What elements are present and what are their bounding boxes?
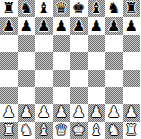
square-h7[interactable]: ♟ [123,17,141,34]
square-a3[interactable] [0,87,18,104]
square-b8[interactable]: ♞ [18,0,36,17]
black-pawn[interactable]: ♟ [107,19,120,34]
square-h1[interactable]: ♜ [123,122,141,139]
square-b3[interactable] [18,87,36,104]
white-pawn[interactable]: ♟ [107,105,120,120]
white-king[interactable]: ♚ [72,123,85,138]
white-pawn[interactable]: ♟ [55,105,68,120]
white-pawn[interactable]: ♟ [2,105,15,120]
square-a4[interactable] [0,70,18,87]
square-e6[interactable] [70,35,88,52]
black-pawn[interactable]: ♟ [125,19,138,34]
black-knight[interactable]: ♞ [20,1,33,16]
square-b5[interactable] [18,52,36,69]
square-e7[interactable]: ♟ [70,17,88,34]
black-pawn[interactable]: ♟ [20,19,33,34]
black-knight[interactable]: ♞ [107,1,120,16]
square-f8[interactable]: ♝ [88,0,106,17]
square-g8[interactable]: ♞ [105,0,123,17]
white-rook[interactable]: ♜ [2,123,15,138]
square-e5[interactable] [70,52,88,69]
square-e1[interactable]: ♚ [70,122,88,139]
square-f1[interactable]: ♝ [88,122,106,139]
square-g1[interactable]: ♞ [105,122,123,139]
white-bishop[interactable]: ♝ [90,123,103,138]
white-pawn[interactable]: ♟ [72,105,85,120]
black-king[interactable]: ♚ [72,1,85,16]
white-pawn[interactable]: ♟ [20,105,33,120]
square-h3[interactable] [123,87,141,104]
white-pawn[interactable]: ♟ [90,105,103,120]
chess-board: ♜♞♝♛♚♝♞♜♟♟♟♟♟♟♟♟♟♟♟♟♟♟♟♟♜♞♝♛♚♝♞♜ [0,0,140,139]
square-h4[interactable] [123,70,141,87]
square-c3[interactable] [35,87,53,104]
square-f2[interactable]: ♟ [88,104,106,121]
square-d8[interactable]: ♛ [53,0,71,17]
square-d2[interactable]: ♟ [53,104,71,121]
square-c5[interactable] [35,52,53,69]
square-e8[interactable]: ♚ [70,0,88,17]
square-b6[interactable] [18,35,36,52]
black-pawn[interactable]: ♟ [72,19,85,34]
square-a6[interactable] [0,35,18,52]
square-c4[interactable] [35,70,53,87]
square-g6[interactable] [105,35,123,52]
square-d5[interactable] [53,52,71,69]
black-bishop[interactable]: ♝ [37,1,50,16]
square-a5[interactable] [0,52,18,69]
square-g7[interactable]: ♟ [105,17,123,34]
square-c1[interactable]: ♝ [35,122,53,139]
square-b1[interactable]: ♞ [18,122,36,139]
white-rook[interactable]: ♜ [125,123,138,138]
black-queen[interactable]: ♛ [55,1,68,16]
black-bishop[interactable]: ♝ [90,1,103,16]
white-queen[interactable]: ♛ [55,123,68,138]
square-f3[interactable] [88,87,106,104]
square-b2[interactable]: ♟ [18,104,36,121]
white-knight[interactable]: ♞ [107,123,120,138]
square-c6[interactable] [35,35,53,52]
square-d3[interactable] [53,87,71,104]
square-d1[interactable]: ♛ [53,122,71,139]
square-d7[interactable]: ♟ [53,17,71,34]
square-g3[interactable] [105,87,123,104]
white-bishop[interactable]: ♝ [37,123,50,138]
square-f4[interactable] [88,70,106,87]
black-pawn[interactable]: ♟ [2,19,15,34]
white-knight[interactable]: ♞ [20,123,33,138]
square-d6[interactable] [53,35,71,52]
square-f7[interactable]: ♟ [88,17,106,34]
square-h5[interactable] [123,52,141,69]
square-e3[interactable] [70,87,88,104]
black-pawn[interactable]: ♟ [55,19,68,34]
white-pawn[interactable]: ♟ [125,105,138,120]
square-f6[interactable] [88,35,106,52]
square-h8[interactable]: ♜ [123,0,141,17]
square-a1[interactable]: ♜ [0,122,18,139]
square-g4[interactable] [105,70,123,87]
black-rook[interactable]: ♜ [2,1,15,16]
square-e4[interactable] [70,70,88,87]
black-pawn[interactable]: ♟ [37,19,50,34]
square-a7[interactable]: ♟ [0,17,18,34]
white-pawn[interactable]: ♟ [37,105,50,120]
square-f5[interactable] [88,52,106,69]
square-a2[interactable]: ♟ [0,104,18,121]
black-pawn[interactable]: ♟ [90,19,103,34]
black-rook[interactable]: ♜ [125,1,138,16]
square-c7[interactable]: ♟ [35,17,53,34]
square-h6[interactable] [123,35,141,52]
square-d4[interactable] [53,70,71,87]
square-c8[interactable]: ♝ [35,0,53,17]
square-e2[interactable]: ♟ [70,104,88,121]
square-c2[interactable]: ♟ [35,104,53,121]
square-a8[interactable]: ♜ [0,0,18,17]
square-g2[interactable]: ♟ [105,104,123,121]
square-h2[interactable]: ♟ [123,104,141,121]
square-b7[interactable]: ♟ [18,17,36,34]
square-b4[interactable] [18,70,36,87]
square-g5[interactable] [105,52,123,69]
